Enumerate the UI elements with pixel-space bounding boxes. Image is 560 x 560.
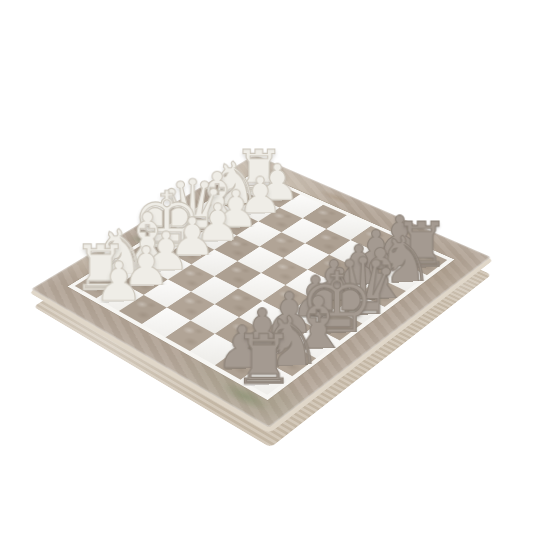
- chess-board: ♜♟♟♜♞♟♟♞♝♟♟♝♛♟♟♛♚♟♟♚♝♟♟♝♞♟♟♞♜♟♟♜: [31, 155, 491, 428]
- white-pawn-piece: ♟: [72, 255, 163, 310]
- board-frame: ♜♟♟♜♞♟♟♞♝♟♟♝♛♟♟♛♚♟♟♚♝♟♟♝♞♟♟♞♜♟♟♜: [31, 155, 491, 428]
- product-photo-chess-set: ♜♟♟♜♞♟♟♞♝♟♟♝♛♟♟♛♚♟♟♚♝♟♟♝♞♟♟♞♜♟♟♜: [0, 0, 560, 560]
- board-inlay-border: ♜♟♟♜♞♟♟♞♝♟♟♝♛♟♟♛♚♟♟♚♝♟♟♝♞♟♟♞♜♟♟♜: [68, 172, 455, 401]
- board-square: ♜: [241, 362, 292, 395]
